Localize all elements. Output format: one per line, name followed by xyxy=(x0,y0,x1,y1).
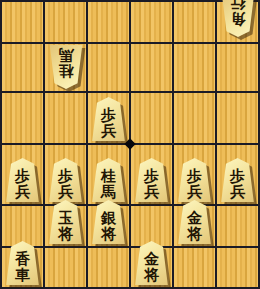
piece-kanji: 金 xyxy=(187,210,202,226)
piece-kanji: 歩 xyxy=(58,168,73,184)
piece-face: 歩兵 xyxy=(178,158,212,202)
board-cell[interactable]: 歩兵 xyxy=(2,145,43,204)
board-cell[interactable] xyxy=(217,44,258,91)
piece-kanji: 車 xyxy=(15,267,30,283)
shogi-piece-歩兵-sente[interactable]: 歩兵 xyxy=(92,97,126,141)
shogi-piece-銀将-sente[interactable]: 銀将 xyxy=(92,200,126,244)
board-cell[interactable] xyxy=(217,248,258,287)
board-cell[interactable] xyxy=(45,248,86,287)
shogi-piece-歩兵-sente[interactable]: 歩兵 xyxy=(178,158,212,202)
piece-kanji: 角 xyxy=(230,11,245,27)
piece-kanji: 馬 xyxy=(101,184,116,200)
shogi-piece-玉将-sente[interactable]: 玉将 xyxy=(49,200,83,244)
shogi-piece-桂馬-gote[interactable]: 桂馬 xyxy=(49,45,83,89)
piece-kanji: 金 xyxy=(144,251,159,267)
board-cell[interactable]: 玉将 xyxy=(45,206,86,246)
board-cell[interactable] xyxy=(174,44,215,91)
piece-kanji: 桂 xyxy=(58,63,73,79)
board-cell[interactable]: 角行 xyxy=(217,2,258,42)
board-cell[interactable] xyxy=(2,93,43,143)
piece-kanji: 兵 xyxy=(187,184,202,200)
board-cell[interactable] xyxy=(131,206,172,246)
board-cell[interactable] xyxy=(174,248,215,287)
board-cell[interactable] xyxy=(45,2,86,42)
piece-kanji: 馬 xyxy=(58,47,73,63)
piece-kanji: 歩 xyxy=(15,168,30,184)
board-cell[interactable]: 歩兵 xyxy=(217,145,258,204)
piece-kanji: 行 xyxy=(230,0,245,11)
piece-face: 桂馬 xyxy=(49,45,83,89)
piece-face: 歩兵 xyxy=(92,97,126,141)
piece-kanji: 香 xyxy=(15,251,30,267)
board-cell[interactable]: 歩兵 xyxy=(88,93,129,143)
board-cell[interactable] xyxy=(131,93,172,143)
piece-kanji: 歩 xyxy=(144,168,159,184)
piece-kanji: 将 xyxy=(58,226,73,242)
piece-kanji: 兵 xyxy=(101,123,116,139)
board-cell[interactable]: 歩兵 xyxy=(131,145,172,204)
piece-face: 歩兵 xyxy=(49,158,83,202)
piece-face: 歩兵 xyxy=(221,158,255,202)
shogi-piece-歩兵-sente[interactable]: 歩兵 xyxy=(49,158,83,202)
piece-kanji: 将 xyxy=(187,226,202,242)
piece-kanji: 兵 xyxy=(230,184,245,200)
board-cell[interactable] xyxy=(174,93,215,143)
piece-kanji: 兵 xyxy=(58,184,73,200)
piece-kanji: 将 xyxy=(144,267,159,283)
board-cell[interactable] xyxy=(217,206,258,246)
piece-face: 金将 xyxy=(135,241,169,285)
board-cell[interactable] xyxy=(88,44,129,91)
board-cell[interactable] xyxy=(174,2,215,42)
board-cell[interactable]: 金将 xyxy=(131,248,172,287)
board-cell[interactable] xyxy=(2,44,43,91)
shogi-piece-金将-sente[interactable]: 金将 xyxy=(178,200,212,244)
piece-kanji: 銀 xyxy=(101,210,116,226)
shogi-piece-香車-sente[interactable]: 香車 xyxy=(6,241,40,285)
piece-kanji: 将 xyxy=(101,226,116,242)
shogi-piece-金将-sente[interactable]: 金将 xyxy=(135,241,169,285)
shogi-piece-歩兵-sente[interactable]: 歩兵 xyxy=(135,158,169,202)
piece-kanji: 桂 xyxy=(101,168,116,184)
piece-face: 香車 xyxy=(6,241,40,285)
piece-face: 歩兵 xyxy=(135,158,169,202)
piece-kanji: 歩 xyxy=(101,107,116,123)
shogi-piece-歩兵-sente[interactable]: 歩兵 xyxy=(6,158,40,202)
board-cell[interactable] xyxy=(217,93,258,143)
board-cell[interactable]: 銀将 xyxy=(88,206,129,246)
piece-face: 桂馬 xyxy=(92,158,126,202)
piece-face: 銀将 xyxy=(92,200,126,244)
shogi-board-screenshot: 角行桂馬歩兵歩兵歩兵桂馬歩兵歩兵歩兵玉将銀将金将香車金将 xyxy=(0,0,260,289)
piece-face: 歩兵 xyxy=(6,158,40,202)
board-cell[interactable] xyxy=(45,93,86,143)
piece-face: 玉将 xyxy=(49,200,83,244)
board-cell[interactable]: 桂馬 xyxy=(88,145,129,204)
piece-kanji: 玉 xyxy=(58,210,73,226)
piece-kanji: 兵 xyxy=(144,184,159,200)
shogi-piece-角行-gote[interactable]: 角行 xyxy=(221,0,255,37)
board-cell[interactable] xyxy=(2,2,43,42)
board-cell[interactable]: 金将 xyxy=(174,206,215,246)
piece-kanji: 兵 xyxy=(15,184,30,200)
board-cell[interactable]: 桂馬 xyxy=(45,44,86,91)
piece-kanji: 歩 xyxy=(230,168,245,184)
board-cell[interactable]: 歩兵 xyxy=(45,145,86,204)
board-cell[interactable]: 歩兵 xyxy=(174,145,215,204)
board-cell[interactable] xyxy=(88,248,129,287)
shogi-piece-桂馬-sente[interactable]: 桂馬 xyxy=(92,158,126,202)
piece-face: 金将 xyxy=(178,200,212,244)
piece-kanji: 歩 xyxy=(187,168,202,184)
board-cell[interactable] xyxy=(88,2,129,42)
board-cell[interactable] xyxy=(2,206,43,246)
shogi-piece-歩兵-sente[interactable]: 歩兵 xyxy=(221,158,255,202)
board-cell[interactable] xyxy=(131,2,172,42)
board-cell[interactable]: 香車 xyxy=(2,248,43,287)
board-cell[interactable] xyxy=(131,44,172,91)
